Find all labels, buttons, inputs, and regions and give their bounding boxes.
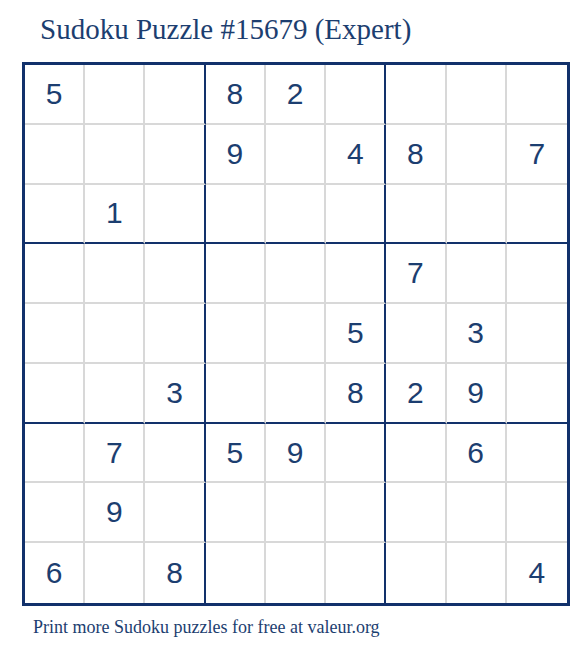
cell-r2c8 (447, 125, 507, 185)
cell-r6c2 (85, 364, 145, 424)
cell-r4c9 (507, 244, 567, 304)
cell-r6c6: 8 (326, 364, 386, 424)
cell-r1c2 (85, 65, 145, 125)
cell-r1c4: 8 (206, 65, 266, 125)
cell-r1c6 (326, 65, 386, 125)
cell-r6c4 (206, 364, 266, 424)
cell-r2c2 (85, 125, 145, 185)
cell-r2c1 (25, 125, 85, 185)
cell-r1c7 (386, 65, 446, 125)
cell-r6c9 (507, 364, 567, 424)
cell-r1c1: 5 (25, 65, 85, 125)
cell-r2c7: 8 (386, 125, 446, 185)
cell-r4c6 (326, 244, 386, 304)
cell-r1c9 (507, 65, 567, 125)
cell-r3c6 (326, 185, 386, 245)
page-title: Sudoku Puzzle #15679 (Expert) (40, 13, 411, 46)
cell-r9c4 (206, 543, 266, 603)
cell-r6c7: 2 (386, 364, 446, 424)
cell-r7c3 (145, 424, 205, 484)
cell-r7c5: 9 (266, 424, 326, 484)
cell-r6c3: 3 (145, 364, 205, 424)
cell-r8c9 (507, 483, 567, 543)
sudoku-board: 58294871753382975969684 (22, 62, 570, 606)
cell-r7c4: 5 (206, 424, 266, 484)
cell-r4c5 (266, 244, 326, 304)
cell-r5c8: 3 (447, 304, 507, 364)
cell-r3c5 (266, 185, 326, 245)
cell-r6c5 (266, 364, 326, 424)
cell-r7c2: 7 (85, 424, 145, 484)
cell-r4c3 (145, 244, 205, 304)
cell-r4c1 (25, 244, 85, 304)
cell-r9c9: 4 (507, 543, 567, 603)
cell-r7c7 (386, 424, 446, 484)
cell-r4c8 (447, 244, 507, 304)
cell-r2c3 (145, 125, 205, 185)
cell-r9c2 (85, 543, 145, 603)
cell-r3c4 (206, 185, 266, 245)
cell-r4c7: 7 (386, 244, 446, 304)
cell-r2c9: 7 (507, 125, 567, 185)
cell-r2c4: 9 (206, 125, 266, 185)
cell-r7c8: 6 (447, 424, 507, 484)
footer-text: Print more Sudoku puzzles for free at va… (33, 617, 380, 638)
cell-r3c1 (25, 185, 85, 245)
cell-r9c8 (447, 543, 507, 603)
cell-r5c3 (145, 304, 205, 364)
cell-r8c1 (25, 483, 85, 543)
cell-r1c5: 2 (266, 65, 326, 125)
cell-r3c2: 1 (85, 185, 145, 245)
cell-r8c3 (145, 483, 205, 543)
cell-r2c5 (266, 125, 326, 185)
cell-r4c4 (206, 244, 266, 304)
cell-r5c5 (266, 304, 326, 364)
cell-r5c4 (206, 304, 266, 364)
cell-r2c6: 4 (326, 125, 386, 185)
cell-r5c6: 5 (326, 304, 386, 364)
cell-r8c5 (266, 483, 326, 543)
cell-r5c9 (507, 304, 567, 364)
cell-r5c1 (25, 304, 85, 364)
cell-r9c7 (386, 543, 446, 603)
cell-r3c9 (507, 185, 567, 245)
sudoku-page: Sudoku Puzzle #15679 (Expert) 5829487175… (0, 0, 580, 651)
cell-r8c6 (326, 483, 386, 543)
cell-r1c8 (447, 65, 507, 125)
cell-r8c2: 9 (85, 483, 145, 543)
cell-r8c7 (386, 483, 446, 543)
cell-r3c8 (447, 185, 507, 245)
cell-r8c8 (447, 483, 507, 543)
cell-r7c6 (326, 424, 386, 484)
cell-r6c8: 9 (447, 364, 507, 424)
cell-r8c4 (206, 483, 266, 543)
cell-r4c2 (85, 244, 145, 304)
cell-r9c3: 8 (145, 543, 205, 603)
cell-r1c3 (145, 65, 205, 125)
cell-r5c2 (85, 304, 145, 364)
cell-r7c9 (507, 424, 567, 484)
cell-r3c7 (386, 185, 446, 245)
cell-r9c1: 6 (25, 543, 85, 603)
cell-r5c7 (386, 304, 446, 364)
cell-r3c3 (145, 185, 205, 245)
cell-r9c6 (326, 543, 386, 603)
cell-r9c5 (266, 543, 326, 603)
cell-r7c1 (25, 424, 85, 484)
cell-r6c1 (25, 364, 85, 424)
